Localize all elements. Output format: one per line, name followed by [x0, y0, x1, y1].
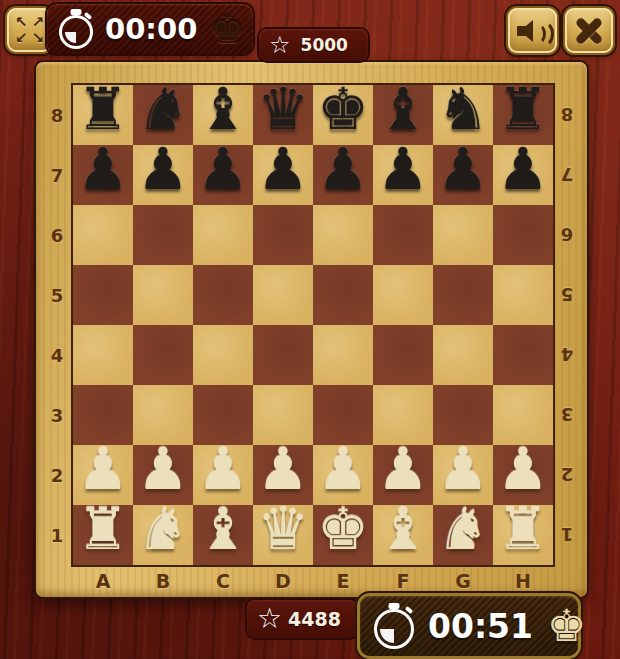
- square-e1[interactable]: ♚: [313, 505, 373, 565]
- piece-white-pawn[interactable]: ♟: [73, 439, 133, 499]
- rank-label-right-7: 7: [554, 145, 580, 205]
- square-a7[interactable]: ♟: [73, 145, 133, 205]
- piece-black-knight[interactable]: ♞: [133, 79, 193, 139]
- expand-arrows-icon: ↖↗↙↘: [14, 15, 46, 45]
- piece-black-king[interactable]: ♚: [313, 79, 373, 139]
- square-c4[interactable]: [193, 325, 253, 385]
- piece-black-rook[interactable]: ♜: [73, 79, 133, 139]
- square-c5[interactable]: [193, 265, 253, 325]
- piece-white-pawn[interactable]: ♟: [313, 439, 373, 499]
- file-label-a: A: [73, 568, 133, 594]
- board-squares: ♜♞♝♛♚♝♞♜♟♟♟♟♟♟♟♟♟♟♟♟♟♟♟♟♜♞♝♛♚♝♞♜: [71, 83, 555, 567]
- square-g1[interactable]: ♞: [433, 505, 493, 565]
- file-label-g: G: [433, 568, 493, 594]
- square-g6[interactable]: [433, 205, 493, 265]
- file-label-c: C: [193, 568, 253, 594]
- square-h5[interactable]: [493, 265, 553, 325]
- rank-label-left-4: 4: [44, 325, 70, 385]
- square-f5[interactable]: [373, 265, 433, 325]
- piece-white-pawn[interactable]: ♟: [253, 439, 313, 499]
- close-button[interactable]: [565, 8, 613, 53]
- piece-white-knight[interactable]: ♞: [433, 499, 493, 559]
- piece-white-pawn[interactable]: ♟: [193, 439, 253, 499]
- square-c1[interactable]: ♝: [193, 505, 253, 565]
- rank-label-right-2: 2: [554, 445, 580, 505]
- white-score-panel: ☆ 4488: [247, 600, 357, 638]
- square-b1[interactable]: ♞: [133, 505, 193, 565]
- square-f6[interactable]: [373, 205, 433, 265]
- rank-label-right-1: 1: [554, 505, 580, 565]
- stopwatch-icon: [59, 9, 93, 49]
- piece-black-bishop[interactable]: ♝: [193, 79, 253, 139]
- piece-white-pawn[interactable]: ♟: [493, 439, 553, 499]
- square-f7[interactable]: ♟: [373, 145, 433, 205]
- file-label-e: E: [313, 568, 373, 594]
- chess-board: ♜♞♝♛♚♝♞♜♟♟♟♟♟♟♟♟♟♟♟♟♟♟♟♟♜♞♝♛♚♝♞♜ 8877665…: [36, 62, 587, 597]
- piece-white-pawn[interactable]: ♟: [373, 439, 433, 499]
- close-icon: [573, 15, 605, 47]
- square-b5[interactable]: [133, 265, 193, 325]
- square-b6[interactable]: [133, 205, 193, 265]
- square-g5[interactable]: [433, 265, 493, 325]
- white-king-icon: ♚: [547, 604, 586, 648]
- square-h4[interactable]: [493, 325, 553, 385]
- file-label-b: B: [133, 568, 193, 594]
- fullscreen-button[interactable]: ↖↗↙↘: [7, 8, 52, 52]
- piece-white-king[interactable]: ♚: [313, 499, 373, 559]
- white-time: 00:51: [428, 607, 533, 646]
- piece-white-rook[interactable]: ♜: [73, 499, 133, 559]
- rank-label-left-8: 8: [44, 85, 70, 145]
- piece-black-pawn[interactable]: ♟: [313, 139, 373, 199]
- square-g7[interactable]: ♟: [433, 145, 493, 205]
- rank-label-right-5: 5: [554, 265, 580, 325]
- file-label-f: F: [373, 568, 433, 594]
- square-e7[interactable]: ♟: [313, 145, 373, 205]
- sound-button[interactable]: [508, 8, 557, 53]
- black-clock-panel: 00:00 ♚: [47, 4, 253, 54]
- square-f1[interactable]: ♝: [373, 505, 433, 565]
- square-f4[interactable]: [373, 325, 433, 385]
- square-g4[interactable]: [433, 325, 493, 385]
- square-h6[interactable]: [493, 205, 553, 265]
- square-d1[interactable]: ♛: [253, 505, 313, 565]
- piece-black-bishop[interactable]: ♝: [373, 79, 433, 139]
- square-a5[interactable]: [73, 265, 133, 325]
- rank-label-left-5: 5: [44, 265, 70, 325]
- black-time: 00:00: [105, 12, 197, 46]
- file-label-d: D: [253, 568, 313, 594]
- rank-label-right-6: 6: [554, 205, 580, 265]
- square-h1[interactable]: ♜: [493, 505, 553, 565]
- square-b4[interactable]: [133, 325, 193, 385]
- square-e4[interactable]: [313, 325, 373, 385]
- black-king-icon: ♚: [209, 9, 245, 49]
- piece-white-bishop[interactable]: ♝: [193, 499, 253, 559]
- square-e6[interactable]: [313, 205, 373, 265]
- rank-label-left-2: 2: [44, 445, 70, 505]
- square-d7[interactable]: ♟: [253, 145, 313, 205]
- piece-white-queen[interactable]: ♛: [253, 499, 313, 559]
- piece-black-pawn[interactable]: ♟: [493, 139, 553, 199]
- square-a6[interactable]: [73, 205, 133, 265]
- square-c7[interactable]: ♟: [193, 145, 253, 205]
- rank-label-left-3: 3: [44, 385, 70, 445]
- square-h7[interactable]: ♟: [493, 145, 553, 205]
- black-score-value: 5000: [291, 35, 358, 55]
- square-d5[interactable]: [253, 265, 313, 325]
- white-score-value: 4488: [282, 608, 347, 630]
- piece-white-knight[interactable]: ♞: [133, 499, 193, 559]
- piece-black-pawn[interactable]: ♟: [133, 139, 193, 199]
- star-icon: ☆: [269, 33, 291, 57]
- piece-black-pawn[interactable]: ♟: [193, 139, 253, 199]
- piece-white-bishop[interactable]: ♝: [373, 499, 433, 559]
- piece-black-knight[interactable]: ♞: [433, 79, 493, 139]
- piece-white-pawn[interactable]: ♟: [433, 439, 493, 499]
- piece-white-pawn[interactable]: ♟: [133, 439, 193, 499]
- rank-label-left-7: 7: [44, 145, 70, 205]
- rank-label-left-1: 1: [44, 505, 70, 565]
- piece-white-rook[interactable]: ♜: [493, 499, 553, 559]
- file-label-h: H: [493, 568, 553, 594]
- square-e5[interactable]: [313, 265, 373, 325]
- piece-black-queen[interactable]: ♛: [253, 79, 313, 139]
- piece-black-pawn[interactable]: ♟: [253, 139, 313, 199]
- stopwatch-icon: [374, 603, 414, 649]
- rank-label-left-6: 6: [44, 205, 70, 265]
- square-a1[interactable]: ♜: [73, 505, 133, 565]
- star-icon: ☆: [257, 605, 282, 633]
- rank-label-right-3: 3: [554, 385, 580, 445]
- piece-black-pawn[interactable]: ♟: [433, 139, 493, 199]
- rank-label-right-8: 8: [554, 85, 580, 145]
- piece-black-pawn[interactable]: ♟: [73, 139, 133, 199]
- square-d4[interactable]: [253, 325, 313, 385]
- piece-black-rook[interactable]: ♜: [493, 79, 553, 139]
- white-clock-panel: 00:51 ♚: [360, 596, 578, 656]
- speaker-icon: [517, 19, 549, 43]
- square-d6[interactable]: [253, 205, 313, 265]
- black-score-panel: ☆ 5000: [259, 29, 368, 61]
- piece-black-pawn[interactable]: ♟: [373, 139, 433, 199]
- rank-label-right-4: 4: [554, 325, 580, 385]
- square-a4[interactable]: [73, 325, 133, 385]
- square-b7[interactable]: ♟: [133, 145, 193, 205]
- square-c6[interactable]: [193, 205, 253, 265]
